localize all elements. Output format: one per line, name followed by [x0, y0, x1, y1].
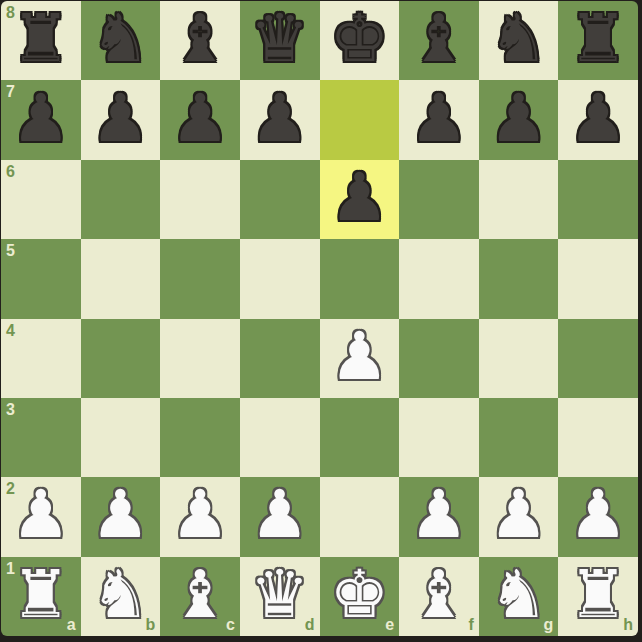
- white-bishop-f1[interactable]: ♝: [409, 555, 468, 634]
- square-b6[interactable]: [81, 160, 161, 239]
- square-g4[interactable]: [479, 319, 559, 398]
- black-king-e8[interactable]: ♚: [330, 1, 389, 78]
- white-pawn-b2[interactable]: ♟: [91, 475, 150, 554]
- rank-label-3: 3: [6, 402, 15, 418]
- square-g2[interactable]: ♟: [479, 477, 559, 556]
- white-pawn-d2[interactable]: ♟: [250, 475, 309, 554]
- white-queen-d1[interactable]: ♛: [250, 555, 309, 634]
- black-bishop-c8[interactable]: ♝: [170, 1, 229, 78]
- white-rook-h1[interactable]: ♜: [569, 555, 628, 634]
- square-c5[interactable]: [160, 239, 240, 318]
- square-g3[interactable]: [479, 398, 559, 477]
- black-pawn-b7[interactable]: ♟: [91, 79, 150, 158]
- rank-label-4: 4: [6, 323, 15, 339]
- square-e7[interactable]: [320, 80, 400, 159]
- square-c3[interactable]: [160, 398, 240, 477]
- square-a4[interactable]: 4: [1, 319, 81, 398]
- white-knight-g1[interactable]: ♞: [489, 555, 548, 634]
- square-g6[interactable]: [479, 160, 559, 239]
- square-a2[interactable]: 2♟: [1, 477, 81, 556]
- square-d7[interactable]: ♟: [240, 80, 320, 159]
- square-h1[interactable]: h♜: [558, 557, 638, 636]
- chess-app-stage: 8♜♞♝♛♚♝♞♜7♟♟♟♟♟♟♟6♟54♟32♟♟♟♟♟♟♟1a♜b♞c♝d♛…: [0, 0, 642, 642]
- white-pawn-h2[interactable]: ♟: [569, 475, 628, 554]
- square-f2[interactable]: ♟: [399, 477, 479, 556]
- square-c1[interactable]: c♝: [160, 557, 240, 636]
- square-c4[interactable]: [160, 319, 240, 398]
- black-bishop-f8[interactable]: ♝: [409, 1, 468, 78]
- square-a8[interactable]: 8♜: [1, 1, 81, 80]
- square-f3[interactable]: [399, 398, 479, 477]
- square-c2[interactable]: ♟: [160, 477, 240, 556]
- white-rook-a1[interactable]: ♜: [11, 555, 70, 634]
- white-king-e1[interactable]: ♚: [330, 555, 389, 634]
- white-pawn-e4[interactable]: ♟: [330, 317, 389, 396]
- square-f6[interactable]: [399, 160, 479, 239]
- square-b4[interactable]: [81, 319, 161, 398]
- square-a5[interactable]: 5: [1, 239, 81, 318]
- black-knight-g8[interactable]: ♞: [489, 1, 548, 78]
- white-knight-b1[interactable]: ♞: [91, 555, 150, 634]
- square-h6[interactable]: [558, 160, 638, 239]
- square-g1[interactable]: g♞: [479, 557, 559, 636]
- square-d8[interactable]: ♛: [240, 1, 320, 80]
- square-f5[interactable]: [399, 239, 479, 318]
- square-e1[interactable]: e♚: [320, 557, 400, 636]
- white-pawn-g2[interactable]: ♟: [489, 475, 548, 554]
- black-pawn-g7[interactable]: ♟: [489, 79, 548, 158]
- black-pawn-c7[interactable]: ♟: [170, 79, 229, 158]
- black-rook-h8[interactable]: ♜: [569, 1, 628, 78]
- square-a3[interactable]: 3: [1, 398, 81, 477]
- white-pawn-c2[interactable]: ♟: [170, 475, 229, 554]
- square-h5[interactable]: [558, 239, 638, 318]
- square-g7[interactable]: ♟: [479, 80, 559, 159]
- square-d2[interactable]: ♟: [240, 477, 320, 556]
- square-g8[interactable]: ♞: [479, 1, 559, 80]
- square-c6[interactable]: [160, 160, 240, 239]
- black-pawn-f7[interactable]: ♟: [409, 79, 468, 158]
- square-h7[interactable]: ♟: [558, 80, 638, 159]
- square-d4[interactable]: [240, 319, 320, 398]
- black-rook-a8[interactable]: ♜: [11, 1, 70, 78]
- rank-label-5: 5: [6, 243, 15, 259]
- square-f8[interactable]: ♝: [399, 1, 479, 80]
- white-pawn-a2[interactable]: ♟: [11, 475, 70, 554]
- square-h8[interactable]: ♜: [558, 1, 638, 80]
- black-pawn-a7[interactable]: ♟: [11, 79, 70, 158]
- black-queen-d8[interactable]: ♛: [250, 1, 309, 78]
- square-a1[interactable]: 1a♜: [1, 557, 81, 636]
- white-pawn-f2[interactable]: ♟: [409, 475, 468, 554]
- square-e8[interactable]: ♚: [320, 1, 400, 80]
- square-a6[interactable]: 6: [1, 160, 81, 239]
- square-d5[interactable]: [240, 239, 320, 318]
- black-knight-b8[interactable]: ♞: [91, 1, 150, 78]
- square-h3[interactable]: [558, 398, 638, 477]
- square-e2[interactable]: [320, 477, 400, 556]
- square-e3[interactable]: [320, 398, 400, 477]
- square-e6[interactable]: ♟: [320, 160, 400, 239]
- square-e5[interactable]: [320, 239, 400, 318]
- square-b5[interactable]: [81, 239, 161, 318]
- square-e4[interactable]: ♟: [320, 319, 400, 398]
- square-b2[interactable]: ♟: [81, 477, 161, 556]
- square-d6[interactable]: [240, 160, 320, 239]
- white-bishop-c1[interactable]: ♝: [170, 555, 229, 634]
- square-f1[interactable]: f♝: [399, 557, 479, 636]
- square-g5[interactable]: [479, 239, 559, 318]
- square-f4[interactable]: [399, 319, 479, 398]
- black-pawn-d7[interactable]: ♟: [250, 79, 309, 158]
- square-d1[interactable]: d♛: [240, 557, 320, 636]
- square-a7[interactable]: 7♟: [1, 80, 81, 159]
- square-c8[interactable]: ♝: [160, 1, 240, 80]
- square-c7[interactable]: ♟: [160, 80, 240, 159]
- square-b3[interactable]: [81, 398, 161, 477]
- black-pawn-e6[interactable]: ♟: [330, 158, 389, 237]
- file-label-f: f: [468, 617, 473, 633]
- chess-board: 8♜♞♝♛♚♝♞♜7♟♟♟♟♟♟♟6♟54♟32♟♟♟♟♟♟♟1a♜b♞c♝d♛…: [1, 1, 638, 636]
- square-h4[interactable]: [558, 319, 638, 398]
- square-b7[interactable]: ♟: [81, 80, 161, 159]
- rank-label-6: 6: [6, 164, 15, 180]
- square-d3[interactable]: [240, 398, 320, 477]
- square-b8[interactable]: ♞: [81, 1, 161, 80]
- square-f7[interactable]: ♟: [399, 80, 479, 159]
- black-pawn-h7[interactable]: ♟: [569, 79, 628, 158]
- square-b1[interactable]: b♞: [81, 557, 161, 636]
- square-h2[interactable]: ♟: [558, 477, 638, 556]
